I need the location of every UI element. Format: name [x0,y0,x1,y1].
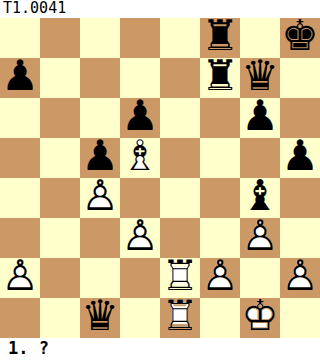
piece-white-king: ♔ [240,295,280,337]
piece-black-rook: ♜ [200,15,240,57]
square-b6[interactable] [40,98,80,138]
square-f2[interactable]: ♟♙ [200,258,240,298]
square-g2[interactable] [240,258,280,298]
piece-white-pawn-fill: ♟ [0,255,40,297]
square-e7[interactable] [160,58,200,98]
square-c3[interactable] [80,218,120,258]
piece-white-rook: ♖ [160,295,200,337]
square-d1[interactable] [120,298,160,338]
square-b3[interactable] [40,218,80,258]
square-c2[interactable] [80,258,120,298]
square-f6[interactable] [200,98,240,138]
square-e4[interactable] [160,178,200,218]
square-d5[interactable]: ♝♗ [120,138,160,178]
square-h6[interactable] [280,98,320,138]
puzzle-window: T1.0041 ♜♚♟♜♛♟♟♟♝♗♟♟♙♝♟♙♟♙♟♙♜♖♟♙♟♙♛♜♖♚♔ … [0,0,320,360]
piece-white-pawn: ♙ [80,175,120,217]
square-a8[interactable] [0,18,40,58]
square-d4[interactable] [120,178,160,218]
piece-black-pawn: ♟ [240,95,280,137]
piece-white-pawn-fill: ♟ [200,255,240,297]
piece-black-rook: ♜ [200,55,240,97]
square-e6[interactable] [160,98,200,138]
move-prompt: 1. ? [0,338,320,360]
square-g6[interactable]: ♟ [240,98,280,138]
square-g7[interactable]: ♛ [240,58,280,98]
piece-white-rook-fill: ♜ [160,295,200,337]
piece-white-pawn: ♙ [240,215,280,257]
puzzle-title: T1.0041 [0,0,320,18]
square-f5[interactable] [200,138,240,178]
piece-black-pawn: ♟ [120,95,160,137]
square-b7[interactable] [40,58,80,98]
piece-black-pawn: ♟ [80,135,120,177]
piece-white-pawn-fill: ♟ [280,255,320,297]
square-f7[interactable]: ♜ [200,58,240,98]
piece-white-king-fill: ♚ [240,295,280,337]
square-h7[interactable] [280,58,320,98]
square-a6[interactable] [0,98,40,138]
square-e5[interactable] [160,138,200,178]
square-h4[interactable] [280,178,320,218]
square-c6[interactable] [80,98,120,138]
square-f8[interactable]: ♜ [200,18,240,58]
piece-black-pawn: ♟ [0,55,40,97]
square-b8[interactable] [40,18,80,58]
piece-white-pawn: ♙ [280,255,320,297]
square-b4[interactable] [40,178,80,218]
square-a7[interactable]: ♟ [0,58,40,98]
piece-white-rook-fill: ♜ [160,255,200,297]
piece-black-king: ♚ [280,15,320,57]
square-d7[interactable] [120,58,160,98]
square-d6[interactable]: ♟ [120,98,160,138]
square-f1[interactable] [200,298,240,338]
square-e2[interactable]: ♜♖ [160,258,200,298]
piece-white-pawn: ♙ [0,255,40,297]
square-h8[interactable]: ♚ [280,18,320,58]
square-g4[interactable]: ♝ [240,178,280,218]
square-a4[interactable] [0,178,40,218]
square-h3[interactable] [280,218,320,258]
square-c5[interactable]: ♟ [80,138,120,178]
piece-black-queen: ♛ [80,295,120,337]
piece-white-pawn-fill: ♟ [120,215,160,257]
square-b5[interactable] [40,138,80,178]
piece-black-bishop: ♝ [240,175,280,217]
piece-black-pawn: ♟ [280,135,320,177]
square-c7[interactable] [80,58,120,98]
square-h2[interactable]: ♟♙ [280,258,320,298]
square-c4[interactable]: ♟♙ [80,178,120,218]
piece-black-queen: ♛ [240,55,280,97]
square-d3[interactable]: ♟♙ [120,218,160,258]
square-h5[interactable]: ♟ [280,138,320,178]
square-f3[interactable] [200,218,240,258]
square-a2[interactable]: ♟♙ [0,258,40,298]
square-g5[interactable] [240,138,280,178]
square-b2[interactable] [40,258,80,298]
square-c8[interactable] [80,18,120,58]
square-e3[interactable] [160,218,200,258]
square-b1[interactable] [40,298,80,338]
square-a1[interactable] [0,298,40,338]
square-h1[interactable] [280,298,320,338]
piece-white-pawn-fill: ♟ [80,175,120,217]
square-c1[interactable]: ♛ [80,298,120,338]
piece-white-pawn: ♙ [120,215,160,257]
square-d2[interactable] [120,258,160,298]
chess-board: ♜♚♟♜♛♟♟♟♝♗♟♟♙♝♟♙♟♙♟♙♜♖♟♙♟♙♛♜♖♚♔ [0,18,320,338]
piece-white-bishop-fill: ♝ [120,135,160,177]
square-e8[interactable] [160,18,200,58]
square-d8[interactable] [120,18,160,58]
square-g8[interactable] [240,18,280,58]
square-g1[interactable]: ♚♔ [240,298,280,338]
piece-white-pawn: ♙ [200,255,240,297]
square-g3[interactable]: ♟♙ [240,218,280,258]
square-e1[interactable]: ♜♖ [160,298,200,338]
square-a3[interactable] [0,218,40,258]
piece-white-pawn-fill: ♟ [240,215,280,257]
piece-white-rook: ♖ [160,255,200,297]
piece-white-bishop: ♗ [120,135,160,177]
square-f4[interactable] [200,178,240,218]
square-a5[interactable] [0,138,40,178]
